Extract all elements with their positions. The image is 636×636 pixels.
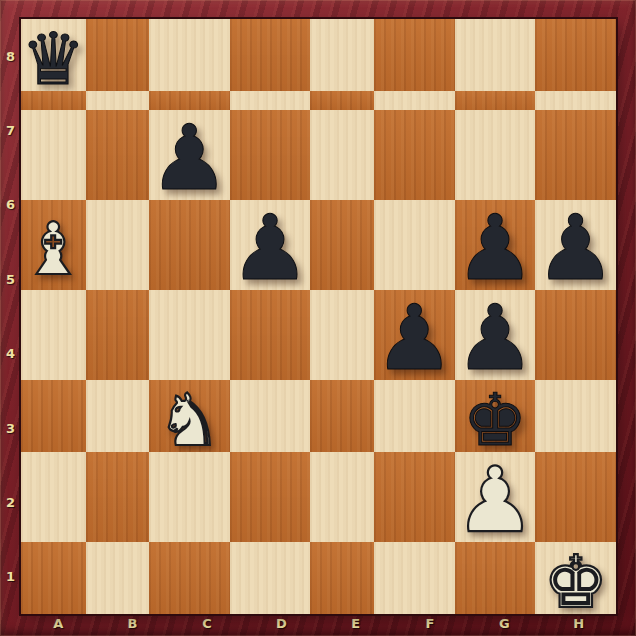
square-c5[interactable] [149, 200, 230, 290]
rank-label-1: 1 [0, 540, 21, 614]
square-c8[interactable] [149, 19, 230, 91]
square-h4[interactable] [535, 290, 616, 380]
square-f3[interactable] [374, 380, 455, 452]
square-b7[interactable] [86, 91, 150, 110]
square-e7[interactable] [310, 91, 374, 110]
square-d5[interactable]: ♟ [230, 200, 311, 290]
square-a5[interactable]: ♝ [21, 200, 86, 290]
black-pawn-c6[interactable]: ♟ [149, 113, 230, 203]
square-c6[interactable]: ♟ [149, 110, 230, 200]
square-a1[interactable] [21, 542, 86, 614]
square-g3[interactable]: ♚ [455, 380, 536, 452]
square-d6[interactable] [230, 110, 311, 200]
black-king-g3[interactable]: ♚ [463, 384, 528, 456]
file-labels: ABCDEFGH [21, 612, 616, 634]
square-d4[interactable] [230, 290, 311, 380]
square-h3[interactable] [535, 380, 616, 452]
square-f8[interactable] [374, 19, 455, 91]
square-e4[interactable] [310, 290, 374, 380]
black-pawn-f4[interactable]: ♟ [374, 293, 455, 383]
board-frame: 87654321 ABCDEFGH ♛♟♝♟♟♟♟♟♞♚♟♚ [0, 0, 636, 636]
square-e3[interactable] [310, 380, 374, 452]
rank-label-2: 2 [0, 465, 21, 539]
square-a8[interactable]: ♛ [21, 19, 86, 91]
black-queen-a8[interactable]: ♛ [21, 23, 86, 95]
rank-labels: 87654321 [0, 19, 21, 614]
file-label-g: G [467, 612, 541, 634]
file-label-a: A [21, 612, 95, 634]
square-b8[interactable] [86, 19, 150, 91]
square-h1[interactable]: ♚ [535, 542, 616, 614]
square-c1[interactable] [149, 542, 230, 614]
square-a6[interactable] [21, 110, 86, 200]
square-h5[interactable]: ♟ [535, 200, 616, 290]
square-f6[interactable] [374, 110, 455, 200]
square-f5[interactable] [374, 200, 455, 290]
chess-board: ♛♟♝♟♟♟♟♟♞♚♟♚ [21, 19, 616, 614]
square-a7[interactable] [21, 91, 86, 110]
square-d3[interactable] [230, 380, 311, 452]
rank-label-3: 3 [0, 391, 21, 465]
square-d1[interactable] [230, 542, 311, 614]
square-d7[interactable] [230, 91, 311, 110]
square-g1[interactable] [455, 542, 536, 614]
rank-label-7: 7 [0, 93, 21, 167]
square-e2[interactable] [310, 452, 374, 542]
rank-label-4: 4 [0, 317, 21, 391]
square-h8[interactable] [535, 19, 616, 91]
square-g7[interactable] [455, 91, 536, 110]
black-pawn-g4[interactable]: ♟ [455, 293, 536, 383]
square-e1[interactable] [310, 542, 374, 614]
square-g5[interactable]: ♟ [455, 200, 536, 290]
file-label-b: B [95, 612, 169, 634]
square-c2[interactable] [149, 452, 230, 542]
square-c3[interactable]: ♞ [149, 380, 230, 452]
square-b4[interactable] [86, 290, 150, 380]
square-b5[interactable] [86, 200, 150, 290]
file-label-d: D [244, 612, 318, 634]
square-h6[interactable] [535, 110, 616, 200]
white-bishop-a5[interactable]: ♝ [21, 213, 86, 285]
square-f4[interactable]: ♟ [374, 290, 455, 380]
square-h2[interactable] [535, 452, 616, 542]
white-knight-c3[interactable]: ♞ [157, 384, 222, 456]
square-e6[interactable] [310, 110, 374, 200]
square-g4[interactable]: ♟ [455, 290, 536, 380]
square-b6[interactable] [86, 110, 150, 200]
square-e8[interactable] [310, 19, 374, 91]
square-b2[interactable] [86, 452, 150, 542]
file-label-e: E [319, 612, 393, 634]
rank-label-8: 8 [0, 19, 21, 93]
square-f2[interactable] [374, 452, 455, 542]
square-g6[interactable] [455, 110, 536, 200]
square-a4[interactable] [21, 290, 86, 380]
square-f7[interactable] [374, 91, 455, 110]
square-h7[interactable] [535, 91, 616, 110]
square-b3[interactable] [86, 380, 150, 452]
square-g2[interactable]: ♟ [455, 452, 536, 542]
square-g8[interactable] [455, 19, 536, 91]
file-label-c: C [170, 612, 244, 634]
square-b1[interactable] [86, 542, 150, 614]
rank-label-5: 5 [0, 242, 21, 316]
square-e5[interactable] [310, 200, 374, 290]
black-pawn-g5[interactable]: ♟ [455, 203, 536, 293]
square-c4[interactable] [149, 290, 230, 380]
file-label-f: F [393, 612, 467, 634]
black-pawn-h5[interactable]: ♟ [535, 203, 616, 293]
white-pawn-g2[interactable]: ♟ [455, 455, 536, 545]
square-a3[interactable] [21, 380, 86, 452]
square-d8[interactable] [230, 19, 311, 91]
square-d2[interactable] [230, 452, 311, 542]
square-a2[interactable] [21, 452, 86, 542]
square-f1[interactable] [374, 542, 455, 614]
black-pawn-d5[interactable]: ♟ [230, 203, 311, 293]
white-king-h1[interactable]: ♚ [543, 546, 608, 618]
rank-label-6: 6 [0, 168, 21, 242]
